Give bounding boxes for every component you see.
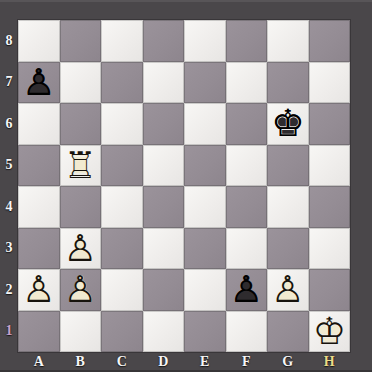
- square-a6[interactable]: [18, 103, 60, 145]
- square-f8[interactable]: [226, 20, 268, 62]
- square-e4[interactable]: [184, 186, 226, 228]
- square-b7[interactable]: [60, 62, 102, 104]
- square-f7[interactable]: [226, 62, 268, 104]
- square-a4[interactable]: [18, 186, 60, 228]
- square-a5[interactable]: [18, 145, 60, 187]
- square-e1[interactable]: [184, 311, 226, 353]
- square-h4[interactable]: [309, 186, 351, 228]
- rank-label-7: 7: [0, 62, 18, 104]
- file-label-f: F: [226, 352, 268, 372]
- square-g8[interactable]: [267, 20, 309, 62]
- square-d8[interactable]: [143, 20, 185, 62]
- square-e8[interactable]: [184, 20, 226, 62]
- square-c6[interactable]: [101, 103, 143, 145]
- black-pawn-a7[interactable]: ♟♙: [18, 62, 60, 104]
- square-e5[interactable]: [184, 145, 226, 187]
- square-c8[interactable]: [101, 20, 143, 62]
- square-f6[interactable]: [226, 103, 268, 145]
- square-c4[interactable]: [101, 186, 143, 228]
- square-d2[interactable]: [143, 269, 185, 311]
- square-h7[interactable]: [309, 62, 351, 104]
- rank-labels: 87654321: [0, 20, 18, 352]
- file-label-b: B: [60, 352, 102, 372]
- white-rook-b5[interactable]: ♜♖: [60, 145, 102, 187]
- file-label-d: D: [143, 352, 185, 372]
- square-a1[interactable]: [18, 311, 60, 353]
- square-f4[interactable]: [226, 186, 268, 228]
- rank-label-4: 4: [0, 186, 18, 228]
- square-h8[interactable]: [309, 20, 351, 62]
- file-label-g: G: [267, 352, 309, 372]
- black-king-g6[interactable]: ♚♔: [267, 103, 309, 145]
- file-label-c: C: [101, 352, 143, 372]
- square-d1[interactable]: [143, 311, 185, 353]
- square-f1[interactable]: [226, 311, 268, 353]
- white-king-h1[interactable]: ♚♔: [309, 311, 351, 353]
- rank-label-6: 6: [0, 103, 18, 145]
- square-c7[interactable]: [101, 62, 143, 104]
- square-b6[interactable]: [60, 103, 102, 145]
- rank-label-5: 5: [0, 145, 18, 187]
- square-e7[interactable]: [184, 62, 226, 104]
- square-a3[interactable]: [18, 228, 60, 270]
- square-f5[interactable]: [226, 145, 268, 187]
- square-h3[interactable]: [309, 228, 351, 270]
- square-g4[interactable]: [267, 186, 309, 228]
- square-e6[interactable]: [184, 103, 226, 145]
- square-c5[interactable]: [101, 145, 143, 187]
- chess-board-frame: 87654321 ♟♙♚♔♜♖♟♙♟♙♟♙♟♙♟♙♚♔ ABCDEFGH: [0, 0, 372, 372]
- square-c1[interactable]: [101, 311, 143, 353]
- white-pawn-a2[interactable]: ♟♙: [18, 269, 60, 311]
- square-g3[interactable]: [267, 228, 309, 270]
- file-label-e: E: [184, 352, 226, 372]
- square-f3[interactable]: [226, 228, 268, 270]
- white-pawn-b3[interactable]: ♟♙: [60, 228, 102, 270]
- rank-label-3: 3: [0, 228, 18, 270]
- square-e3[interactable]: [184, 228, 226, 270]
- square-g1[interactable]: [267, 311, 309, 353]
- square-d5[interactable]: [143, 145, 185, 187]
- square-b8[interactable]: [60, 20, 102, 62]
- white-pawn-b2[interactable]: ♟♙: [60, 269, 102, 311]
- square-h2[interactable]: [309, 269, 351, 311]
- rank-label-2: 2: [0, 269, 18, 311]
- file-labels: ABCDEFGH: [18, 352, 350, 372]
- file-label-a: A: [18, 352, 60, 372]
- square-c2[interactable]: [101, 269, 143, 311]
- square-d7[interactable]: [143, 62, 185, 104]
- square-h6[interactable]: [309, 103, 351, 145]
- square-e2[interactable]: [184, 269, 226, 311]
- black-pawn-f2[interactable]: ♟♙: [226, 269, 268, 311]
- square-c3[interactable]: [101, 228, 143, 270]
- square-a8[interactable]: [18, 20, 60, 62]
- file-label-h: H: [309, 352, 351, 372]
- square-b4[interactable]: [60, 186, 102, 228]
- square-d4[interactable]: [143, 186, 185, 228]
- square-b1[interactable]: [60, 311, 102, 353]
- white-pawn-g2[interactable]: ♟♙: [267, 269, 309, 311]
- rank-label-8: 8: [0, 20, 18, 62]
- rank-label-1: 1: [0, 311, 18, 353]
- square-h5[interactable]: [309, 145, 351, 187]
- square-d6[interactable]: [143, 103, 185, 145]
- square-g7[interactable]: [267, 62, 309, 104]
- square-g5[interactable]: [267, 145, 309, 187]
- square-d3[interactable]: [143, 228, 185, 270]
